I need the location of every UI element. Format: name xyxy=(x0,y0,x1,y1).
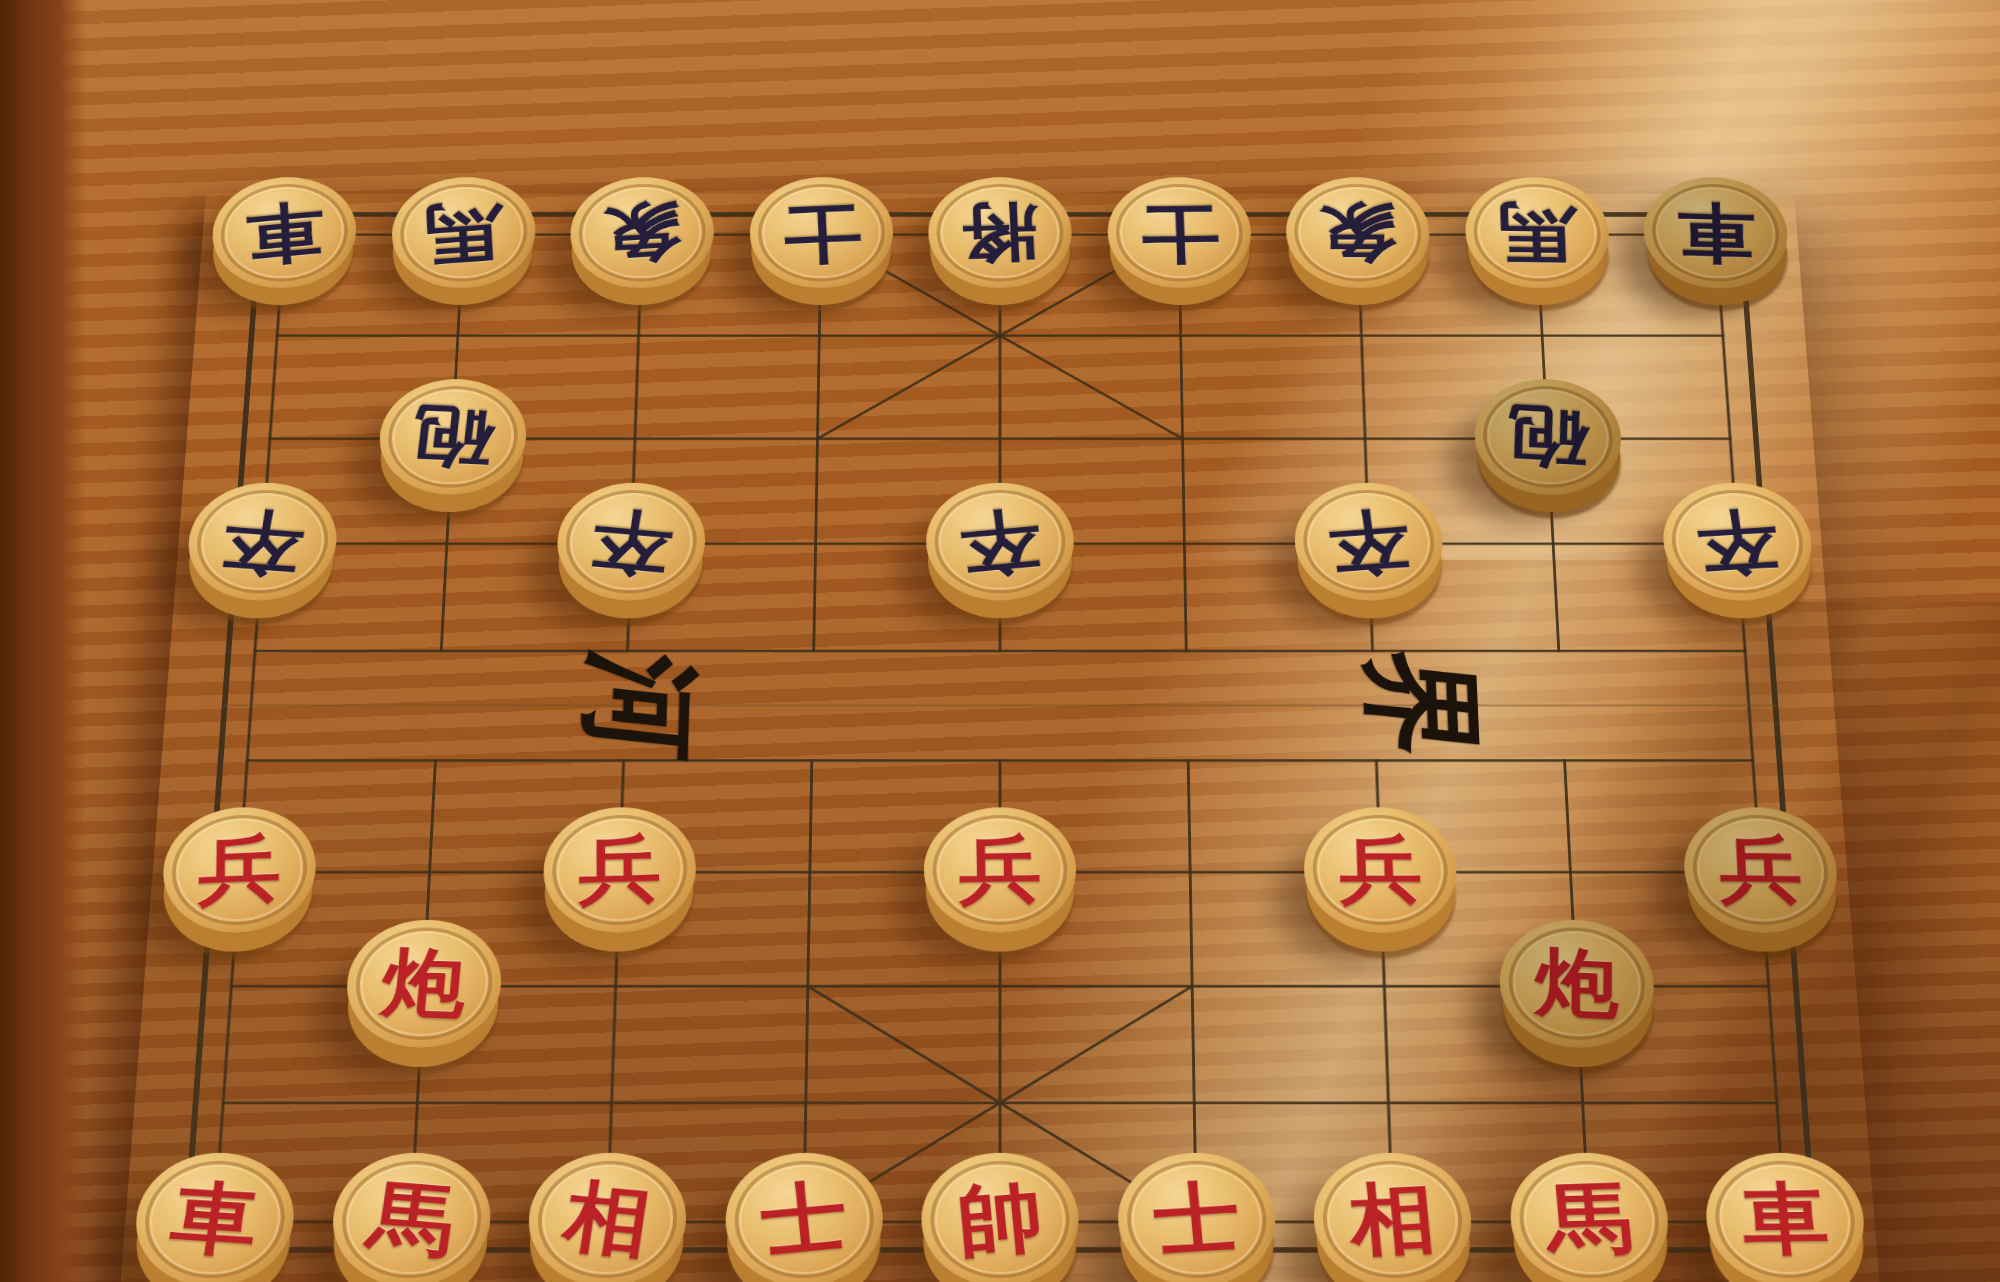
piece-character: 兵 xyxy=(1338,833,1423,906)
piece-character: 砲 xyxy=(409,401,496,471)
piece-character: 炮 xyxy=(378,945,468,1022)
piece-character: 象 xyxy=(1318,200,1398,264)
piece-character: 卒 xyxy=(1692,505,1782,578)
piece-character: 將 xyxy=(960,199,1041,266)
piece-red-soldier-e6[interactable]: 兵 xyxy=(924,807,1077,932)
piece-character: 象 xyxy=(602,198,683,267)
piece-character: 馬 xyxy=(423,198,504,268)
table-edge xyxy=(0,0,86,1282)
piece-character: 兵 xyxy=(578,832,661,907)
piece-character: 馬 xyxy=(363,1177,459,1261)
piece-black-advisor-d0[interactable]: 士 xyxy=(748,177,893,288)
piece-character: 車 xyxy=(1739,1180,1831,1259)
piece-character: 帥 xyxy=(954,1177,1047,1261)
piece-red-general-e9[interactable]: 帥 xyxy=(921,1153,1079,1282)
piece-character: 馬 xyxy=(1497,200,1577,266)
xiangqi-photo-scene: { "game": "xiangqi", "scene": "Overhead … xyxy=(0,0,2000,1282)
piece-character: 士 xyxy=(1150,1178,1242,1261)
piece-black-general-e0[interactable]: 將 xyxy=(928,177,1072,288)
piece-character: 士 xyxy=(781,199,862,267)
piece-character: 相 xyxy=(559,1177,655,1262)
piece-black-soldier-e3[interactable]: 卒 xyxy=(926,483,1074,601)
piece-character: 車 xyxy=(167,1178,263,1261)
piece-character: 士 xyxy=(1139,200,1219,266)
piece-character: 相 xyxy=(1346,1179,1438,1261)
piece-character: 卒 xyxy=(956,504,1044,579)
piece-character: 馬 xyxy=(1543,1179,1635,1259)
river-calligraphy-right: 界 xyxy=(1358,646,1484,764)
piece-black-advisor-f0[interactable]: 士 xyxy=(1107,177,1252,288)
piece-character: 兵 xyxy=(958,833,1042,907)
piece-character: 砲 xyxy=(1507,401,1589,473)
piece-character: 卒 xyxy=(1324,504,1413,578)
piece-red-advisor-d9[interactable]: 士 xyxy=(724,1153,883,1282)
board-grid xyxy=(120,194,1880,1282)
piece-character: 士 xyxy=(758,1177,851,1262)
piece-character: 兵 xyxy=(198,832,282,909)
piece-character: 兵 xyxy=(1717,833,1804,907)
piece-character: 車 xyxy=(1676,199,1756,266)
piece-character: 炮 xyxy=(1534,945,1618,1023)
xiangqi-board[interactable]: 河 界 車馬象士將士象馬車砲砲卒卒卒卒卒兵兵兵兵兵炮炮車馬相士帥士相馬車 xyxy=(120,194,1880,1282)
river-calligraphy-left: 河 xyxy=(577,646,701,764)
piece-character: 卒 xyxy=(586,504,676,579)
piece-character: 卒 xyxy=(217,504,308,578)
piece-character: 車 xyxy=(244,197,326,268)
